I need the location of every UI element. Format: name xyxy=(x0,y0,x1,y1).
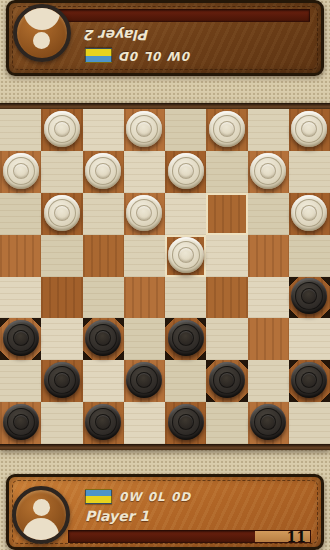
square-r0c5[interactable] xyxy=(206,109,247,151)
square-r1c7 xyxy=(289,151,330,193)
ukraine-flag-icon xyxy=(85,489,112,504)
square-r5c7 xyxy=(289,318,330,360)
square-r7c0[interactable] xyxy=(0,402,41,444)
square-r0c1[interactable] xyxy=(41,109,82,151)
black-checker-piece[interactable] xyxy=(168,404,204,440)
person-silhouette-icon xyxy=(17,8,67,58)
square-r2c7[interactable] xyxy=(289,193,330,235)
black-checker-piece[interactable] xyxy=(44,362,80,398)
square-r5c0[interactable] xyxy=(0,318,41,360)
square-r4c2 xyxy=(83,277,124,319)
white-checker-piece[interactable] xyxy=(250,153,286,189)
black-checker-piece[interactable] xyxy=(209,362,245,398)
player1-timer-remaining: 11 xyxy=(255,531,310,542)
black-checker-piece[interactable] xyxy=(291,278,327,314)
square-r5c5 xyxy=(206,318,247,360)
player2-avatar xyxy=(13,4,71,62)
square-r5c6[interactable] xyxy=(248,318,289,360)
square-r7c5 xyxy=(206,402,247,444)
square-r6c5[interactable] xyxy=(206,360,247,402)
black-checker-piece[interactable] xyxy=(3,404,39,440)
player1-name: Player 1 xyxy=(85,508,149,524)
square-r7c2[interactable] xyxy=(83,402,124,444)
square-r1c2[interactable] xyxy=(83,151,124,193)
square-r0c2 xyxy=(83,109,124,151)
square-r3c4[interactable] xyxy=(165,235,206,277)
square-r3c5 xyxy=(206,235,247,277)
square-r1c3 xyxy=(124,151,165,193)
square-r3c0[interactable] xyxy=(0,235,41,277)
square-r1c1 xyxy=(41,151,82,193)
board-bottom-edge xyxy=(0,444,330,450)
square-r6c7[interactable] xyxy=(289,360,330,402)
square-r3c1 xyxy=(41,235,82,277)
board-grid xyxy=(0,109,330,444)
player1-timer-bar: 11 xyxy=(68,530,311,543)
square-r1c5 xyxy=(206,151,247,193)
black-checker-piece[interactable] xyxy=(250,404,286,440)
square-r4c7[interactable] xyxy=(289,277,330,319)
square-r1c6[interactable] xyxy=(248,151,289,193)
white-checker-piece[interactable] xyxy=(291,195,327,231)
square-r7c1 xyxy=(41,402,82,444)
square-r7c7 xyxy=(289,402,330,444)
white-checker-piece[interactable] xyxy=(209,111,245,147)
player1-panel: 0W 0L 0D Player 1 11 xyxy=(6,474,324,550)
square-r6c4 xyxy=(165,360,206,402)
square-r2c3[interactable] xyxy=(124,193,165,235)
square-r0c4 xyxy=(165,109,206,151)
checkers-board xyxy=(0,103,330,450)
square-r3c3 xyxy=(124,235,165,277)
square-r0c7[interactable] xyxy=(289,109,330,151)
player1-avatar xyxy=(12,486,70,544)
square-r4c3[interactable] xyxy=(124,277,165,319)
square-r5c4[interactable] xyxy=(165,318,206,360)
square-r6c1[interactable] xyxy=(41,360,82,402)
timer-value: 11 xyxy=(287,530,306,544)
square-r3c6[interactable] xyxy=(248,235,289,277)
black-checker-piece[interactable] xyxy=(3,320,39,356)
square-r6c2 xyxy=(83,360,124,402)
white-checker-piece[interactable] xyxy=(168,153,204,189)
player2-name: Player 2 xyxy=(85,27,149,43)
white-checker-piece[interactable] xyxy=(3,153,39,189)
player1-record-row: 0W 0L 0D xyxy=(85,489,191,504)
square-r7c4[interactable] xyxy=(165,402,206,444)
black-checker-piece[interactable] xyxy=(85,404,121,440)
white-checker-piece[interactable] xyxy=(168,237,204,273)
white-checker-piece[interactable] xyxy=(126,111,162,147)
square-r2c1[interactable] xyxy=(41,193,82,235)
square-r6c3[interactable] xyxy=(124,360,165,402)
square-r2c5[interactable] xyxy=(206,193,247,235)
square-r0c0 xyxy=(0,109,41,151)
square-r0c6 xyxy=(248,109,289,151)
square-r3c2[interactable] xyxy=(83,235,124,277)
white-checker-piece[interactable] xyxy=(126,195,162,231)
black-checker-piece[interactable] xyxy=(168,320,204,356)
square-r7c3 xyxy=(124,402,165,444)
ukraine-flag-icon xyxy=(85,48,112,63)
person-silhouette-icon xyxy=(16,490,66,540)
square-r2c0 xyxy=(0,193,41,235)
player1-record: 0W 0L 0D xyxy=(119,490,191,504)
square-r5c3 xyxy=(124,318,165,360)
square-r6c6 xyxy=(248,360,289,402)
white-checker-piece[interactable] xyxy=(85,153,121,189)
player2-panel: Player 2 0W 0L 0D xyxy=(6,0,324,76)
square-r7c6[interactable] xyxy=(248,402,289,444)
square-r4c5[interactable] xyxy=(206,277,247,319)
square-r4c6 xyxy=(248,277,289,319)
black-checker-piece[interactable] xyxy=(291,362,327,398)
square-r1c4[interactable] xyxy=(165,151,206,193)
player2-timer-bar xyxy=(31,9,310,22)
white-checker-piece[interactable] xyxy=(44,111,80,147)
square-r6c0 xyxy=(0,360,41,402)
player2-record-row: 0W 0L 0D xyxy=(85,48,191,63)
square-r5c2[interactable] xyxy=(83,318,124,360)
square-r4c4 xyxy=(165,277,206,319)
checkers-app-screen: { "game": "checkers (draughts, 8x8)", "p… xyxy=(0,0,330,550)
black-checker-piece[interactable] xyxy=(85,320,121,356)
square-r0c3[interactable] xyxy=(124,109,165,151)
black-checker-piece[interactable] xyxy=(126,362,162,398)
square-r4c1[interactable] xyxy=(41,277,82,319)
player2-record: 0W 0L 0D xyxy=(119,49,191,63)
square-r2c6 xyxy=(248,193,289,235)
square-r4c0 xyxy=(0,277,41,319)
square-r3c7 xyxy=(289,235,330,277)
square-r1c0[interactable] xyxy=(0,151,41,193)
white-checker-piece[interactable] xyxy=(44,195,80,231)
square-r2c4 xyxy=(165,193,206,235)
square-r5c1 xyxy=(41,318,82,360)
white-checker-piece[interactable] xyxy=(291,111,327,147)
square-r2c2 xyxy=(83,193,124,235)
